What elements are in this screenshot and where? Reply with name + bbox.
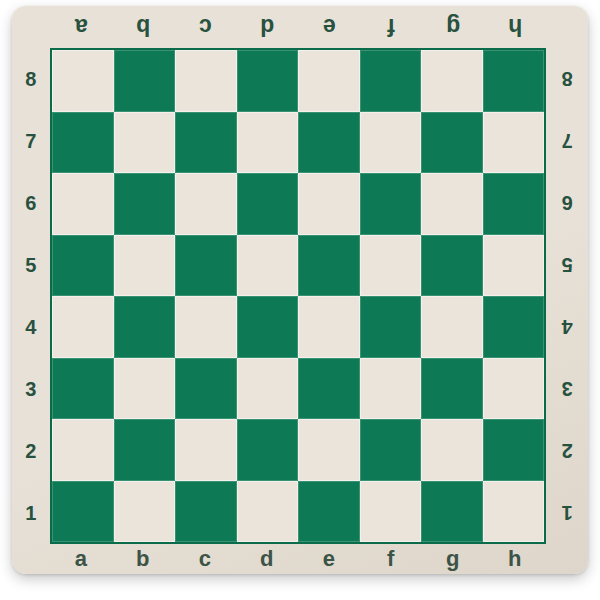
file-top-label-c: c bbox=[174, 6, 236, 48]
rank-right-label-5: 5 bbox=[546, 234, 588, 296]
square-e3 bbox=[298, 358, 360, 420]
square-b3 bbox=[114, 358, 176, 420]
square-h6 bbox=[483, 173, 545, 235]
square-f7 bbox=[360, 112, 422, 174]
square-d1 bbox=[237, 481, 299, 543]
square-b2 bbox=[114, 419, 176, 481]
square-h2 bbox=[483, 419, 545, 481]
square-a8 bbox=[52, 50, 114, 112]
file-labels-top: abcdefgh bbox=[50, 6, 546, 48]
square-c3 bbox=[175, 358, 237, 420]
rank-left-label-6: 6 bbox=[12, 172, 50, 234]
file-top-label-a: a bbox=[50, 6, 112, 48]
square-b6 bbox=[114, 173, 176, 235]
square-c5 bbox=[175, 235, 237, 297]
square-g8 bbox=[421, 50, 483, 112]
file-bottom-label-a: a bbox=[50, 544, 112, 574]
rank-left-label-8: 8 bbox=[12, 48, 50, 110]
rank-labels-left: 87654321 bbox=[12, 48, 50, 544]
square-c6 bbox=[175, 173, 237, 235]
square-d2 bbox=[237, 419, 299, 481]
square-h1 bbox=[483, 481, 545, 543]
square-d7 bbox=[237, 112, 299, 174]
square-a4 bbox=[52, 296, 114, 358]
rank-right-label-6: 6 bbox=[546, 172, 588, 234]
square-a2 bbox=[52, 419, 114, 481]
square-e2 bbox=[298, 419, 360, 481]
square-h8 bbox=[483, 50, 545, 112]
square-d4 bbox=[237, 296, 299, 358]
square-a1 bbox=[52, 481, 114, 543]
file-bottom-label-f: f bbox=[360, 544, 422, 574]
file-bottom-label-e: e bbox=[298, 544, 360, 574]
square-b4 bbox=[114, 296, 176, 358]
rank-left-label-1: 1 bbox=[12, 482, 50, 544]
square-b1 bbox=[114, 481, 176, 543]
square-c4 bbox=[175, 296, 237, 358]
square-d6 bbox=[237, 173, 299, 235]
square-b5 bbox=[114, 235, 176, 297]
square-b7 bbox=[114, 112, 176, 174]
square-e5 bbox=[298, 235, 360, 297]
rank-right-label-1: 1 bbox=[546, 482, 588, 544]
square-g6 bbox=[421, 173, 483, 235]
file-bottom-label-d: d bbox=[236, 544, 298, 574]
rank-right-label-7: 7 bbox=[546, 110, 588, 172]
chess-board bbox=[50, 48, 546, 544]
square-a6 bbox=[52, 173, 114, 235]
square-a3 bbox=[52, 358, 114, 420]
file-labels-bottom: abcdefgh bbox=[50, 544, 546, 574]
square-e7 bbox=[298, 112, 360, 174]
square-c1 bbox=[175, 481, 237, 543]
square-g5 bbox=[421, 235, 483, 297]
square-c8 bbox=[175, 50, 237, 112]
square-a7 bbox=[52, 112, 114, 174]
square-c7 bbox=[175, 112, 237, 174]
square-a5 bbox=[52, 235, 114, 297]
square-h3 bbox=[483, 358, 545, 420]
square-e4 bbox=[298, 296, 360, 358]
rank-left-label-3: 3 bbox=[12, 358, 50, 420]
square-f5 bbox=[360, 235, 422, 297]
file-top-label-d: d bbox=[236, 6, 298, 48]
square-f4 bbox=[360, 296, 422, 358]
rank-left-label-2: 2 bbox=[12, 420, 50, 482]
square-g1 bbox=[421, 481, 483, 543]
square-g2 bbox=[421, 419, 483, 481]
square-h7 bbox=[483, 112, 545, 174]
square-g4 bbox=[421, 296, 483, 358]
rank-left-label-7: 7 bbox=[12, 110, 50, 172]
file-top-label-e: e bbox=[298, 6, 360, 48]
rank-left-label-5: 5 bbox=[12, 234, 50, 296]
rank-right-label-2: 2 bbox=[546, 420, 588, 482]
square-h5 bbox=[483, 235, 545, 297]
square-h4 bbox=[483, 296, 545, 358]
file-bottom-label-h: h bbox=[484, 544, 546, 574]
file-bottom-label-g: g bbox=[422, 544, 484, 574]
square-f8 bbox=[360, 50, 422, 112]
square-e8 bbox=[298, 50, 360, 112]
square-d3 bbox=[237, 358, 299, 420]
file-top-label-b: b bbox=[112, 6, 174, 48]
square-e6 bbox=[298, 173, 360, 235]
square-c2 bbox=[175, 419, 237, 481]
square-f2 bbox=[360, 419, 422, 481]
photo-background: abcdefgh 87654321 87654321 abcdefgh bbox=[0, 0, 600, 600]
file-top-label-f: f bbox=[360, 6, 422, 48]
square-f6 bbox=[360, 173, 422, 235]
square-f1 bbox=[360, 481, 422, 543]
rank-right-label-4: 4 bbox=[546, 296, 588, 358]
square-b8 bbox=[114, 50, 176, 112]
square-g7 bbox=[421, 112, 483, 174]
rank-right-label-3: 3 bbox=[546, 358, 588, 420]
square-f3 bbox=[360, 358, 422, 420]
vinyl-chess-mat: abcdefgh 87654321 87654321 abcdefgh bbox=[12, 6, 588, 574]
square-d8 bbox=[237, 50, 299, 112]
file-top-label-h: h bbox=[484, 6, 546, 48]
file-top-label-g: g bbox=[422, 6, 484, 48]
rank-left-label-4: 4 bbox=[12, 296, 50, 358]
rank-right-label-8: 8 bbox=[546, 48, 588, 110]
file-bottom-label-c: c bbox=[174, 544, 236, 574]
file-bottom-label-b: b bbox=[112, 544, 174, 574]
square-d5 bbox=[237, 235, 299, 297]
square-e1 bbox=[298, 481, 360, 543]
square-g3 bbox=[421, 358, 483, 420]
rank-labels-right: 87654321 bbox=[546, 48, 588, 544]
